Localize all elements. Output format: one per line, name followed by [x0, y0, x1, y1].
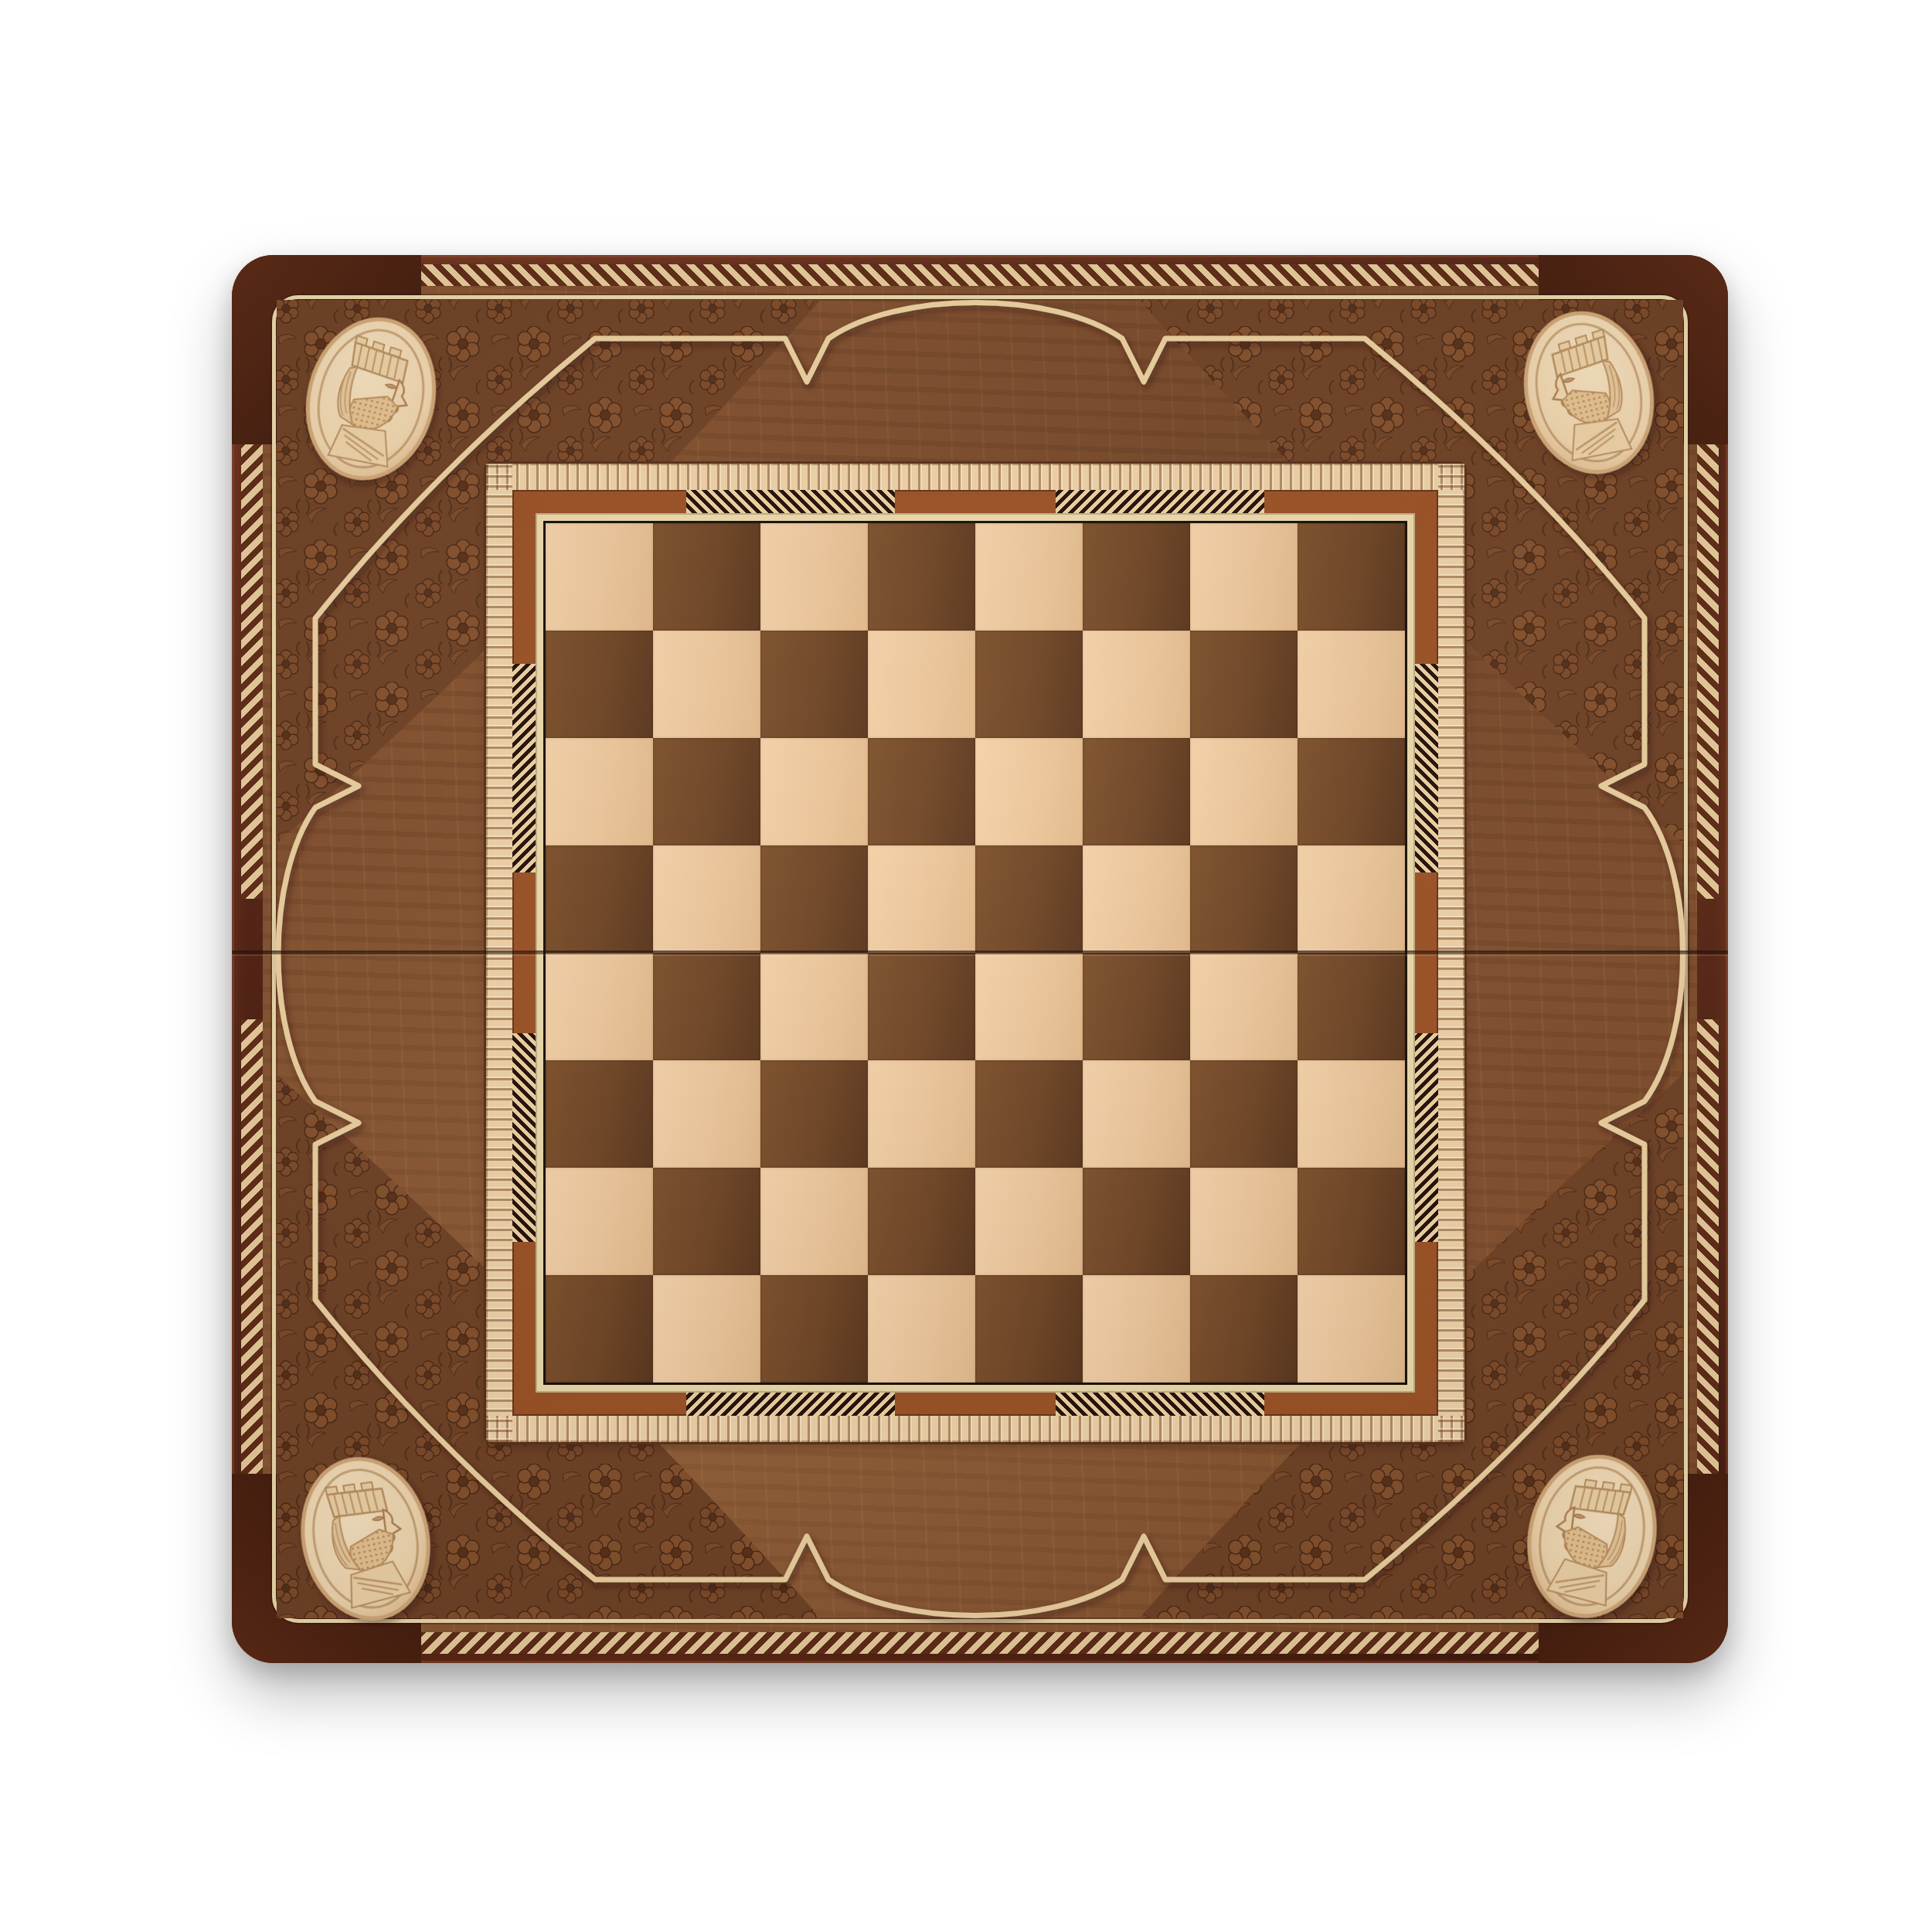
square-b6[interactable]	[653, 738, 760, 845]
square-c1[interactable]	[760, 1275, 868, 1383]
square-h4[interactable]	[1298, 953, 1405, 1060]
square-h6[interactable]	[1298, 738, 1405, 845]
square-h1[interactable]	[1298, 1275, 1405, 1383]
square-b8[interactable]	[653, 523, 760, 631]
square-a5[interactable]	[546, 845, 653, 953]
square-d5[interactable]	[868, 845, 975, 953]
square-h2[interactable]	[1298, 1168, 1405, 1275]
square-g5[interactable]	[1190, 845, 1298, 953]
fold-seam	[232, 951, 1728, 954]
square-b2[interactable]	[653, 1168, 760, 1275]
square-c5[interactable]	[760, 845, 868, 953]
square-c4[interactable]	[760, 953, 868, 1060]
square-h8[interactable]	[1298, 523, 1405, 631]
square-a1[interactable]	[546, 1275, 653, 1383]
square-b7[interactable]	[653, 631, 760, 738]
inlay-stripe-segment	[686, 1393, 895, 1416]
dentil-ridges-top	[486, 464, 1464, 490]
square-d4[interactable]	[868, 953, 975, 1060]
square-g2[interactable]	[1190, 1168, 1298, 1275]
square-c2[interactable]	[760, 1168, 868, 1275]
square-e5[interactable]	[975, 845, 1083, 953]
square-f5[interactable]	[1083, 845, 1190, 953]
inlay-stripe-segment	[1415, 1033, 1438, 1242]
chess-board	[232, 255, 1728, 1663]
inlay-stripe-segment	[1415, 664, 1438, 872]
square-c7[interactable]	[760, 631, 868, 738]
square-f8[interactable]	[1083, 523, 1190, 631]
square-g1[interactable]	[1190, 1275, 1298, 1383]
square-a6[interactable]	[546, 738, 653, 845]
square-e2[interactable]	[975, 1168, 1083, 1275]
square-a4[interactable]	[546, 953, 653, 1060]
inlay-stripe-segment	[1056, 490, 1264, 513]
square-g8[interactable]	[1190, 523, 1298, 631]
square-b1[interactable]	[653, 1275, 760, 1383]
square-e6[interactable]	[975, 738, 1083, 845]
square-a7[interactable]	[546, 631, 653, 738]
square-h5[interactable]	[1298, 845, 1405, 953]
inlay-stripe-segment	[686, 490, 895, 513]
square-c8[interactable]	[760, 523, 868, 631]
dentil-ridges-bottom	[486, 1416, 1464, 1442]
square-g7[interactable]	[1190, 631, 1298, 738]
square-g6[interactable]	[1190, 738, 1298, 845]
square-e8[interactable]	[975, 523, 1083, 631]
square-c3[interactable]	[760, 1060, 868, 1168]
square-f3[interactable]	[1083, 1060, 1190, 1168]
square-e7[interactable]	[975, 631, 1083, 738]
square-d7[interactable]	[868, 631, 975, 738]
square-a2[interactable]	[546, 1168, 653, 1275]
square-g3[interactable]	[1190, 1060, 1298, 1168]
square-d1[interactable]	[868, 1275, 975, 1383]
square-f2[interactable]	[1083, 1168, 1190, 1275]
square-e4[interactable]	[975, 953, 1083, 1060]
square-d3[interactable]	[868, 1060, 975, 1168]
square-e1[interactable]	[975, 1275, 1083, 1383]
inlay-stripe-segment	[512, 664, 536, 872]
square-c6[interactable]	[760, 738, 868, 845]
square-h7[interactable]	[1298, 631, 1405, 738]
square-d8[interactable]	[868, 523, 975, 631]
square-h3[interactable]	[1298, 1060, 1405, 1168]
square-b5[interactable]	[653, 845, 760, 953]
inlay-stripe-segment	[512, 1033, 536, 1242]
inlay-stripe-segment	[1056, 1393, 1264, 1416]
photo-background	[0, 0, 1932, 1932]
square-f7[interactable]	[1083, 631, 1190, 738]
square-f1[interactable]	[1083, 1275, 1190, 1383]
square-d2[interactable]	[868, 1168, 975, 1275]
square-b4[interactable]	[653, 953, 760, 1060]
square-f4[interactable]	[1083, 953, 1190, 1060]
square-b3[interactable]	[653, 1060, 760, 1168]
square-g4[interactable]	[1190, 953, 1298, 1060]
square-f6[interactable]	[1083, 738, 1190, 845]
square-d6[interactable]	[868, 738, 975, 845]
square-e3[interactable]	[975, 1060, 1083, 1168]
square-a3[interactable]	[546, 1060, 653, 1168]
square-a8[interactable]	[546, 523, 653, 631]
